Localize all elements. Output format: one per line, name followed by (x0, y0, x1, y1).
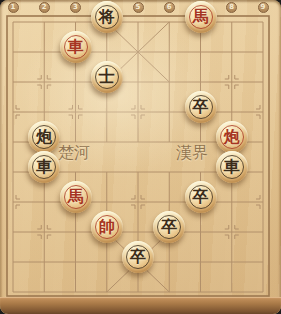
top-coordinate-8: 8 (226, 2, 237, 13)
top-coordinate-2: 2 (39, 2, 50, 13)
piece-black-chariot[interactable]: 車 (216, 151, 248, 183)
board-wood-edge (0, 297, 281, 314)
piece-black-chariot[interactable]: 車 (28, 151, 60, 183)
top-coordinate-5: 5 (133, 2, 144, 13)
piece-black-general[interactable]: 将 (91, 1, 123, 33)
piece-black-pawn[interactable]: 卒 (185, 181, 217, 213)
piece-red-horse[interactable]: 馬 (185, 1, 217, 33)
piece-black-pawn[interactable]: 卒 (153, 211, 185, 243)
piece-red-cannon[interactable]: 炮 (216, 121, 248, 153)
piece-black-pawn[interactable]: 卒 (122, 241, 154, 273)
piece-black-pawn[interactable]: 卒 (185, 91, 217, 123)
xiangqi-app-window: 楚河 漢界 123456789 九八七六五四三二一 将馬車士卒炮炮車車馬卒帥卒卒 (0, 0, 281, 314)
piece-red-chariot[interactable]: 車 (60, 31, 92, 63)
piece-black-advisor[interactable]: 士 (91, 61, 123, 93)
piece-black-cannon[interactable]: 炮 (28, 121, 60, 153)
top-coordinate-6: 6 (164, 2, 175, 13)
top-coordinate-3: 3 (70, 2, 81, 13)
river-label-left: 楚河 (58, 143, 106, 163)
top-coordinate-9: 9 (258, 2, 269, 13)
piece-red-horse[interactable]: 馬 (60, 181, 92, 213)
top-coordinate-1: 1 (8, 2, 19, 13)
piece-red-general[interactable]: 帥 (91, 211, 123, 243)
